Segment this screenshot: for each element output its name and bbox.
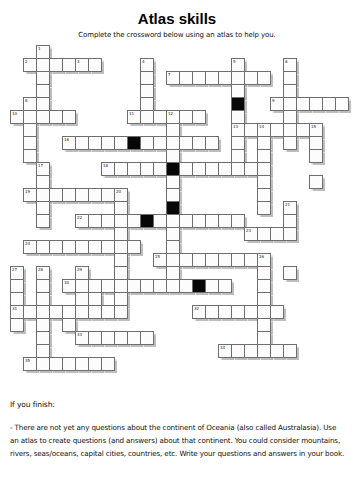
crossword-cell[interactable] [192,253,206,267]
crossword-cell[interactable] [166,214,180,228]
crossword-cell[interactable] [153,110,167,124]
crossword-cell[interactable] [75,136,89,150]
crossword-cell[interactable] [166,240,180,254]
crossword-cell[interactable] [179,136,193,150]
crossword-cell[interactable] [309,136,323,150]
crossword-cell[interactable] [205,253,219,267]
crossword-cell[interactable] [114,162,128,176]
crossword-cell[interactable]: 10 [10,110,24,124]
crossword-cell[interactable] [166,123,180,137]
footer-heading: If you finish: [10,400,346,409]
crossword-cell[interactable] [36,71,50,85]
crossword-cell[interactable] [322,97,336,111]
crossword-cell[interactable]: 16 [62,136,76,150]
crossword-cell[interactable] [49,357,63,371]
clue-number: 14 [259,124,264,129]
crossword-cell[interactable] [231,71,245,85]
crossword-cell[interactable] [88,357,102,371]
crossword-cell[interactable] [192,71,206,85]
crossword-cell[interactable] [283,97,297,111]
clue-number: 26 [259,254,264,259]
crossword-cell[interactable] [179,110,193,124]
crossword-cell[interactable] [244,253,258,267]
crossword-cell[interactable] [218,279,232,293]
crossword-cell[interactable] [257,71,271,85]
crossword-cell[interactable] [166,188,180,202]
crossword-cell[interactable] [179,279,193,293]
crossword-cell[interactable] [205,71,219,85]
crossword-cell[interactable] [75,188,89,202]
crossword-cell[interactable]: 19 [23,188,37,202]
clue-number: 19 [25,189,30,194]
crossword-cell[interactable] [244,162,258,176]
crossword-cell[interactable] [88,305,102,319]
crossword-cell[interactable] [257,136,271,150]
clue-number: 2 [25,59,28,64]
clue-number: 29 [77,267,82,272]
crossword-cell[interactable]: 28 [36,266,50,280]
crossword-cell[interactable] [36,318,50,332]
crossword-cell[interactable] [127,331,141,345]
crossword-cell[interactable]: 21 [283,201,297,215]
crossword-cell[interactable] [192,110,206,124]
crossword-cell[interactable] [140,136,154,150]
crossword-cell[interactable] [75,357,89,371]
crossword-cell[interactable] [309,149,323,163]
crossword-cell[interactable]: 24 [23,240,37,254]
crossword-cell[interactable] [88,136,102,150]
crossword-cell[interactable] [283,123,297,137]
crossword-cell[interactable] [36,201,50,215]
crossword-cell[interactable] [283,71,297,85]
crossword-cell[interactable] [114,214,128,228]
crossword-cell[interactable] [62,240,76,254]
crossword-cell[interactable]: 35 [23,357,37,371]
black-cell [127,136,141,150]
crossword-cell[interactable] [140,97,154,111]
crossword-cell[interactable]: 4 [140,58,154,72]
crossword-cell[interactable] [257,266,271,280]
crossword-cell[interactable] [335,97,349,111]
crossword-cell[interactable] [166,175,180,189]
crossword-cell[interactable] [257,305,271,319]
crossword-cell[interactable] [283,344,297,358]
crossword-cell[interactable]: 11 [127,110,141,124]
crossword-cell[interactable]: 29 [75,266,89,280]
crossword-cell[interactable] [36,110,50,124]
crossword-cell[interactable] [257,292,271,306]
crossword-cell[interactable]: 15 [309,123,323,137]
crossword-cell[interactable] [179,162,193,176]
crossword-cell[interactable] [101,214,115,228]
crossword-cell[interactable] [36,214,50,228]
crossword-cell[interactable]: 33 [75,331,89,345]
crossword-cell[interactable] [127,214,141,228]
crossword-cell[interactable] [10,292,24,306]
crossword-cell[interactable] [88,58,102,72]
crossword-cell[interactable] [36,188,50,202]
clue-number: 6 [285,59,288,64]
crossword-cell[interactable] [283,227,297,241]
crossword-cell[interactable] [166,227,180,241]
crossword-cell[interactable] [62,318,76,332]
crossword-cell[interactable] [309,175,323,189]
clue-number: 25 [155,254,160,259]
crossword-cell[interactable] [257,149,271,163]
crossword-cell[interactable] [270,305,284,319]
crossword-cell[interactable] [192,162,206,176]
crossword-cell[interactable] [140,84,154,98]
crossword-cell[interactable] [36,292,50,306]
crossword-cell[interactable] [114,253,128,267]
crossword-cell[interactable] [101,357,115,371]
crossword-cell[interactable] [218,253,232,267]
crossword-cell[interactable]: 34 [218,344,232,358]
crossword-cell[interactable] [257,201,271,215]
crossword-cell[interactable] [88,214,102,228]
clue-number: 7 [168,72,171,77]
crossword-cell[interactable] [23,123,37,137]
clue-number: 20 [116,189,121,194]
crossword-cell[interactable] [88,292,102,306]
clue-number: 4 [142,59,145,64]
crossword-cell[interactable] [205,305,219,319]
crossword-cell[interactable]: 32 [192,305,206,319]
crossword-cell[interactable] [244,71,258,85]
crossword-cell[interactable] [75,279,89,293]
crossword-cell[interactable] [62,58,76,72]
clue-number: 24 [25,241,30,246]
crossword-cell[interactable] [283,110,297,124]
crossword-cell[interactable] [49,240,63,254]
crossword-cell[interactable] [244,344,258,358]
crossword-cell[interactable]: 17 [36,162,50,176]
crossword-cell[interactable] [101,136,115,150]
page-title: Atlas skills [0,10,354,27]
crossword-cell[interactable] [257,175,271,189]
black-cell [192,279,206,293]
crossword-cell[interactable] [36,97,50,111]
crossword-cell[interactable] [127,240,141,254]
crossword-cell[interactable]: 31 [10,305,24,319]
crossword-cell[interactable] [49,305,63,319]
crossword-cell[interactable] [36,357,50,371]
crossword-cell[interactable] [153,136,167,150]
crossword-cell[interactable] [218,162,232,176]
footer-section: If you finish: - There are not yet any q… [10,400,346,460]
crossword-cell[interactable] [257,331,271,345]
crossword-cell[interactable] [218,214,232,228]
clue-number: 21 [285,202,290,207]
crossword-cell[interactable] [205,136,219,150]
crossword-cell[interactable] [114,136,128,150]
crossword-cell[interactable] [101,240,115,254]
clue-number: 8 [25,98,28,103]
crossword-cell[interactable] [88,279,102,293]
clue-number: 30 [64,280,69,285]
crossword-cell[interactable] [36,279,50,293]
clue-number: 9 [272,98,275,103]
crossword-cell[interactable] [140,110,154,124]
crossword-cell[interactable] [153,162,167,176]
crossword-cell[interactable] [49,58,63,72]
crossword-cell[interactable] [36,84,50,98]
crossword-cell[interactable] [75,305,89,319]
crossword-cell[interactable] [166,279,180,293]
crossword-cell[interactable] [231,149,245,163]
crossword-cell[interactable] [153,279,167,293]
crossword-cell[interactable] [166,266,180,280]
crossword-cell[interactable]: 20 [114,188,128,202]
clue-number: 35 [25,358,30,363]
crossword-cell[interactable] [179,253,193,267]
crossword-cell[interactable] [231,214,245,228]
clue-number: 16 [64,137,69,142]
crossword-cell[interactable]: 23 [244,227,258,241]
crossword-cell[interactable]: 27 [10,266,24,280]
clue-number: 27 [12,267,17,272]
crossword-cell[interactable] [23,305,37,319]
crossword-cell[interactable] [140,331,154,345]
crossword-cell[interactable]: 5 [231,58,245,72]
crossword-cell[interactable]: 2 [23,58,37,72]
crossword-cell[interactable] [75,240,89,254]
crossword-cell[interactable] [114,201,128,215]
crossword-cell[interactable]: 6 [283,58,297,72]
clue-number: 17 [38,163,43,168]
crossword-cell[interactable] [166,136,180,150]
crossword-cell[interactable] [296,97,310,111]
crossword-cell[interactable] [166,253,180,267]
clue-number: 13 [233,124,238,129]
clue-number: 32 [194,306,199,311]
black-cell [231,97,245,111]
clue-number: 33 [77,332,82,337]
crossword-cell[interactable] [231,162,245,176]
crossword-cell[interactable]: 9 [270,97,284,111]
crossword-cell[interactable]: 8 [23,97,37,111]
clue-number: 5 [233,59,236,64]
page-subtitle: Complete the crossword below using an at… [0,31,354,39]
clue-number: 11 [129,111,134,116]
clue-number: 31 [12,306,17,311]
crossword-cell[interactable] [140,162,154,176]
crossword-cell[interactable] [114,331,128,345]
clue-number: 15 [311,124,316,129]
crossword-cell[interactable] [296,123,310,137]
crossword-cell[interactable] [179,214,193,228]
crossword-cell[interactable] [36,305,50,319]
footer-paragraph: - There are not yet any questions about … [10,421,346,460]
crossword-cell[interactable] [257,188,271,202]
crossword-cell[interactable] [231,305,245,319]
crossword-cell[interactable] [36,175,50,189]
crossword-cell[interactable] [114,266,128,280]
crossword-cell[interactable] [231,84,245,98]
crossword-cell[interactable] [140,71,154,85]
crossword-cell[interactable] [231,136,245,150]
crossword-cell[interactable]: 14 [257,123,271,137]
crossword-cell[interactable] [231,110,245,124]
crossword-cell[interactable]: 1 [36,45,50,59]
crossword-cell[interactable] [205,214,219,228]
clue-number: 1 [38,46,41,51]
crossword-cell[interactable] [23,149,37,163]
crossword-cell[interactable] [10,318,24,332]
crossword-cell[interactable] [257,318,271,332]
crossword-cell[interactable] [36,331,50,345]
crossword-cell[interactable] [192,214,206,228]
crossword-cell[interactable] [192,136,206,150]
crossword-cell[interactable] [62,305,76,319]
crossword-cell[interactable] [270,344,284,358]
crossword-cell[interactable] [88,240,102,254]
crossword-cell[interactable]: 22 [75,214,89,228]
crossword-cell[interactable] [101,188,115,202]
crossword-cell[interactable] [10,279,24,293]
crossword-cell[interactable] [166,149,180,163]
crossword-cell[interactable] [257,344,271,358]
crossword-cell[interactable]: 30 [62,279,76,293]
clue-number: 28 [38,267,43,272]
black-cell [166,201,180,215]
crossword-cell[interactable] [257,227,271,241]
crossword-cell[interactable] [205,162,219,176]
crossword-cell[interactable] [270,123,284,137]
crossword-cell[interactable] [114,292,128,306]
crossword-cell[interactable]: 18 [101,162,115,176]
crossword-cell[interactable] [62,110,76,124]
crossword-grid: 1234567891011121314151617181920212223242… [10,45,350,372]
clue-number: 12 [168,111,173,116]
crossword-cell[interactable] [218,71,232,85]
crossword-cell[interactable] [114,279,128,293]
crossword-cell[interactable] [283,266,297,280]
crossword-cell[interactable] [88,331,102,345]
black-cell [166,162,180,176]
crossword-cell[interactable] [283,84,297,98]
crossword-cell[interactable] [257,162,271,176]
crossword-cell[interactable] [205,279,219,293]
crossword-cell[interactable] [257,279,271,293]
crossword-cell[interactable] [114,305,128,319]
crossword-cell[interactable]: 25 [153,253,167,267]
worksheet-page: Atlas skills Complete the crossword belo… [0,0,354,500]
crossword-cell[interactable] [153,214,167,228]
crossword-cell[interactable] [231,253,245,267]
crossword-cell[interactable] [88,188,102,202]
crossword-cell[interactable] [244,305,258,319]
crossword-cell[interactable] [23,110,37,124]
crossword-cell[interactable]: 26 [257,253,271,267]
crossword-cell[interactable]: 12 [166,110,180,124]
crossword-cell[interactable]: 7 [166,71,180,85]
clue-number: 23 [246,228,251,233]
clue-number: 22 [77,215,82,220]
crossword-cell[interactable] [75,292,89,306]
crossword-cell[interactable] [140,279,154,293]
black-cell [140,214,154,228]
crossword-cell[interactable] [49,110,63,124]
crossword-cell[interactable]: 3 [75,58,89,72]
clue-number: 3 [77,59,80,64]
crossword-cell[interactable] [218,305,232,319]
crossword-cell[interactable] [101,279,115,293]
crossword-cell[interactable] [127,279,141,293]
crossword-cell[interactable] [127,162,141,176]
crossword-cell[interactable] [36,58,50,72]
crossword-cell[interactable] [270,227,284,241]
crossword-cell[interactable] [179,71,193,85]
crossword-cell[interactable] [283,214,297,228]
crossword-cell[interactable] [114,240,128,254]
clue-number: 34 [220,345,225,350]
crossword-cell[interactable]: 13 [231,123,245,137]
crossword-cell[interactable] [101,331,115,345]
clue-number: 18 [103,163,108,168]
crossword-cell[interactable] [101,305,115,319]
crossword-cell[interactable] [62,357,76,371]
clue-number: 10 [12,111,17,116]
crossword-cell[interactable] [309,97,323,111]
crossword-cell[interactable] [283,136,297,150]
crossword-cell[interactable] [62,188,76,202]
crossword-cell[interactable] [36,240,50,254]
crossword-cell[interactable] [23,136,37,150]
crossword-cell[interactable] [244,123,258,137]
crossword-cell[interactable] [114,227,128,241]
crossword-cell[interactable] [49,188,63,202]
crossword-cell[interactable] [231,344,245,358]
crossword-cell[interactable] [36,344,50,358]
